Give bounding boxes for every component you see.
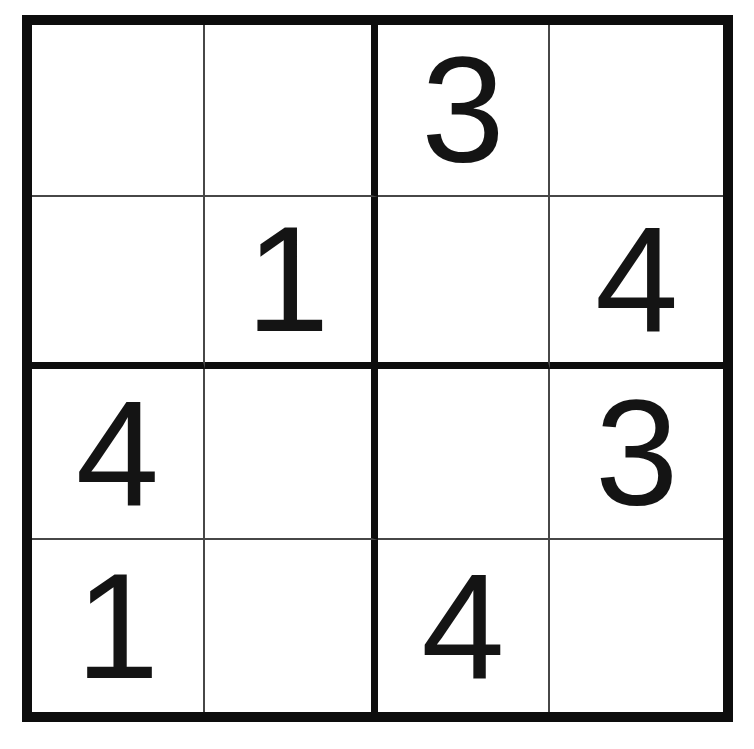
cell-r1c2[interactable]	[205, 25, 378, 197]
cell-r4c1: 1	[32, 540, 205, 712]
cell-r1c3: 3	[378, 25, 551, 197]
cell-r1c4[interactable]	[550, 25, 723, 197]
cell-r2c3[interactable]	[378, 197, 551, 369]
cell-r2c1[interactable]	[32, 197, 205, 369]
cell-r2c4: 4	[550, 197, 723, 369]
cell-r3c2[interactable]	[205, 369, 378, 541]
cell-r3c4: 3	[550, 369, 723, 541]
cell-r3c1: 4	[32, 369, 205, 541]
cell-r4c2[interactable]	[205, 540, 378, 712]
cell-r4c4[interactable]	[550, 540, 723, 712]
cell-r4c3: 4	[378, 540, 551, 712]
cell-r2c2: 1	[205, 197, 378, 369]
cell-r3c3[interactable]	[378, 369, 551, 541]
cell-r1c1[interactable]	[32, 25, 205, 197]
sudoku-board: 3144314	[22, 15, 733, 722]
page: 3144314	[0, 0, 754, 749]
